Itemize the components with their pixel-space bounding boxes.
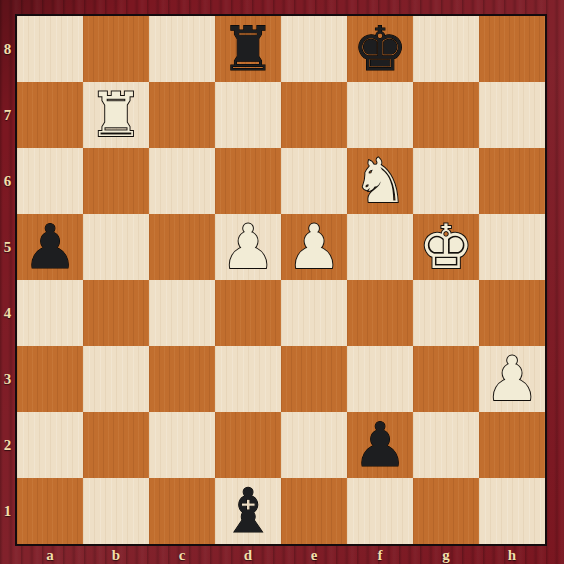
square-a6[interactable]	[17, 148, 83, 214]
square-g6[interactable]	[413, 148, 479, 214]
square-b4[interactable]	[83, 280, 149, 346]
square-g8[interactable]	[413, 16, 479, 82]
file-label-f: f	[347, 546, 413, 564]
rank-label-7: 7	[0, 82, 15, 148]
square-b8[interactable]	[83, 16, 149, 82]
square-f6[interactable]: ♞	[347, 148, 413, 214]
square-b3[interactable]	[83, 346, 149, 412]
square-h8[interactable]	[479, 16, 545, 82]
square-b7[interactable]: ♜	[83, 82, 149, 148]
square-e7[interactable]	[281, 82, 347, 148]
piece-white-pawn[interactable]: ♟	[485, 346, 540, 412]
chess-board: ♜♚♜♞♟♟♟♚♟♟♝	[15, 14, 547, 546]
rank-label-3: 3	[0, 346, 15, 412]
rank-label-4: 4	[0, 280, 15, 346]
file-label-g: g	[413, 546, 479, 564]
board-frame: 87654321 ♜♚♜♞♟♟♟♚♟♟♝ abcdefgh	[0, 0, 564, 564]
square-d6[interactable]	[215, 148, 281, 214]
square-h4[interactable]	[479, 280, 545, 346]
square-a1[interactable]	[17, 478, 83, 544]
square-c3[interactable]	[149, 346, 215, 412]
square-g2[interactable]	[413, 412, 479, 478]
square-e5[interactable]: ♟	[281, 214, 347, 280]
square-a5[interactable]: ♟	[17, 214, 83, 280]
piece-white-rook[interactable]: ♜	[89, 82, 144, 148]
square-c4[interactable]	[149, 280, 215, 346]
square-e6[interactable]	[281, 148, 347, 214]
square-g1[interactable]	[413, 478, 479, 544]
square-h6[interactable]	[479, 148, 545, 214]
piece-black-rook[interactable]: ♜	[221, 16, 276, 82]
square-f4[interactable]	[347, 280, 413, 346]
square-f3[interactable]	[347, 346, 413, 412]
square-h2[interactable]	[479, 412, 545, 478]
piece-white-king[interactable]: ♚	[419, 214, 474, 280]
square-f2[interactable]: ♟	[347, 412, 413, 478]
square-d1[interactable]: ♝	[215, 478, 281, 544]
square-c1[interactable]	[149, 478, 215, 544]
square-h3[interactable]: ♟	[479, 346, 545, 412]
square-e8[interactable]	[281, 16, 347, 82]
square-d2[interactable]	[215, 412, 281, 478]
square-d5[interactable]: ♟	[215, 214, 281, 280]
square-b1[interactable]	[83, 478, 149, 544]
square-e1[interactable]	[281, 478, 347, 544]
square-d4[interactable]	[215, 280, 281, 346]
square-d8[interactable]: ♜	[215, 16, 281, 82]
file-label-h: h	[479, 546, 545, 564]
square-a3[interactable]	[17, 346, 83, 412]
square-h7[interactable]	[479, 82, 545, 148]
square-f8[interactable]: ♚	[347, 16, 413, 82]
square-f5[interactable]	[347, 214, 413, 280]
file-label-d: d	[215, 546, 281, 564]
piece-white-pawn[interactable]: ♟	[221, 214, 276, 280]
piece-black-king[interactable]: ♚	[353, 16, 408, 82]
rank-label-6: 6	[0, 148, 15, 214]
piece-black-bishop[interactable]: ♝	[221, 478, 276, 544]
file-label-b: b	[83, 546, 149, 564]
piece-black-pawn[interactable]: ♟	[23, 214, 78, 280]
square-b6[interactable]	[83, 148, 149, 214]
square-c7[interactable]	[149, 82, 215, 148]
file-label-e: e	[281, 546, 347, 564]
square-e3[interactable]	[281, 346, 347, 412]
square-c2[interactable]	[149, 412, 215, 478]
rank-label-1: 1	[0, 478, 15, 544]
rank-label-5: 5	[0, 214, 15, 280]
rank-label-2: 2	[0, 412, 15, 478]
square-g4[interactable]	[413, 280, 479, 346]
square-a4[interactable]	[17, 280, 83, 346]
square-g5[interactable]: ♚	[413, 214, 479, 280]
square-e4[interactable]	[281, 280, 347, 346]
square-a2[interactable]	[17, 412, 83, 478]
square-c6[interactable]	[149, 148, 215, 214]
rank-label-8: 8	[0, 16, 15, 82]
square-e2[interactable]	[281, 412, 347, 478]
square-d7[interactable]	[215, 82, 281, 148]
file-labels: abcdefgh	[17, 546, 545, 564]
piece-white-pawn[interactable]: ♟	[287, 214, 342, 280]
square-f1[interactable]	[347, 478, 413, 544]
square-g3[interactable]	[413, 346, 479, 412]
piece-white-knight[interactable]: ♞	[353, 148, 408, 214]
square-b2[interactable]	[83, 412, 149, 478]
rank-labels: 87654321	[0, 16, 15, 544]
square-b5[interactable]	[83, 214, 149, 280]
file-label-c: c	[149, 546, 215, 564]
square-g7[interactable]	[413, 82, 479, 148]
square-a7[interactable]	[17, 82, 83, 148]
file-label-a: a	[17, 546, 83, 564]
square-h1[interactable]	[479, 478, 545, 544]
square-h5[interactable]	[479, 214, 545, 280]
square-d3[interactable]	[215, 346, 281, 412]
piece-black-pawn[interactable]: ♟	[353, 412, 408, 478]
square-f7[interactable]	[347, 82, 413, 148]
square-a8[interactable]	[17, 16, 83, 82]
square-c8[interactable]	[149, 16, 215, 82]
square-c5[interactable]	[149, 214, 215, 280]
